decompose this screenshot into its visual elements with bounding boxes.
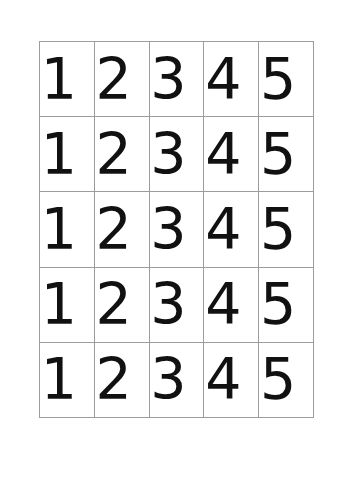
digit: 5: [260, 126, 296, 183]
cell-r3c5: 5: [259, 192, 313, 266]
cell-r2c2: 2: [95, 117, 149, 191]
cell-r5c1: 1: [40, 343, 94, 417]
cell-r3c2: 2: [95, 192, 149, 266]
cell-r4c5: 5: [259, 268, 313, 342]
digit: 3: [150, 276, 186, 333]
digit: 3: [150, 351, 186, 408]
cell-r5c4: 4: [204, 343, 258, 417]
cell-r4c1: 1: [40, 268, 94, 342]
digit: 4: [205, 126, 241, 183]
digit: 4: [205, 276, 241, 333]
digit: 2: [96, 276, 132, 333]
digit: 1: [41, 51, 77, 108]
cell-r4c2: 2: [95, 268, 149, 342]
cell-r1c4: 4: [204, 42, 258, 116]
number-grid: 1234512345123451234512345: [39, 41, 314, 418]
printable-number-sheet: 1234512345123451234512345: [0, 0, 353, 500]
digit: 2: [96, 201, 132, 258]
digit: 4: [205, 351, 241, 408]
digit: 1: [41, 276, 77, 333]
cell-r1c2: 2: [95, 42, 149, 116]
digit: 1: [41, 201, 77, 258]
digit: 5: [260, 51, 296, 108]
cell-r4c3: 3: [150, 268, 204, 342]
cell-r5c5: 5: [259, 343, 313, 417]
cell-r4c4: 4: [204, 268, 258, 342]
digit: 5: [260, 201, 296, 258]
digit: 3: [150, 201, 186, 258]
cell-r3c4: 4: [204, 192, 258, 266]
cell-r5c2: 2: [95, 343, 149, 417]
cell-r1c1: 1: [40, 42, 94, 116]
digit: 3: [150, 126, 186, 183]
cell-r3c3: 3: [150, 192, 204, 266]
digit: 5: [260, 276, 296, 333]
digit: 2: [96, 51, 132, 108]
digit: 4: [205, 201, 241, 258]
digit: 5: [260, 351, 296, 408]
cell-r2c1: 1: [40, 117, 94, 191]
digit: 2: [96, 126, 132, 183]
cell-r1c5: 5: [259, 42, 313, 116]
cell-r5c3: 3: [150, 343, 204, 417]
cell-r2c3: 3: [150, 117, 204, 191]
digit: 1: [41, 351, 77, 408]
digit: 2: [96, 351, 132, 408]
cell-r3c1: 1: [40, 192, 94, 266]
digit: 1: [41, 126, 77, 183]
digit: 4: [205, 51, 241, 108]
cell-r2c4: 4: [204, 117, 258, 191]
cell-r1c3: 3: [150, 42, 204, 116]
digit: 3: [150, 51, 186, 108]
cell-r2c5: 5: [259, 117, 313, 191]
